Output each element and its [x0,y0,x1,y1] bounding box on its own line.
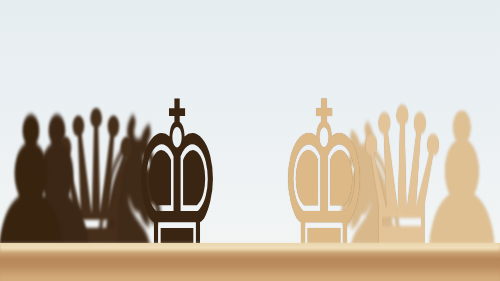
dark-pawn-front-piece: ♟ [0,91,79,259]
board-foreground-blur [0,267,500,281]
dark-king-piece: ♚ [131,72,223,259]
chess-pieces: ♞♛♟♟♚♞♛♟♚ [0,0,500,281]
board-surface-highlight [0,242,500,252]
photo-scene: ♞♛♟♟♚♞♛♟♚ [0,0,500,281]
light-king-piece: ♚ [278,72,370,259]
light-pawn-piece: ♟ [413,87,500,259]
